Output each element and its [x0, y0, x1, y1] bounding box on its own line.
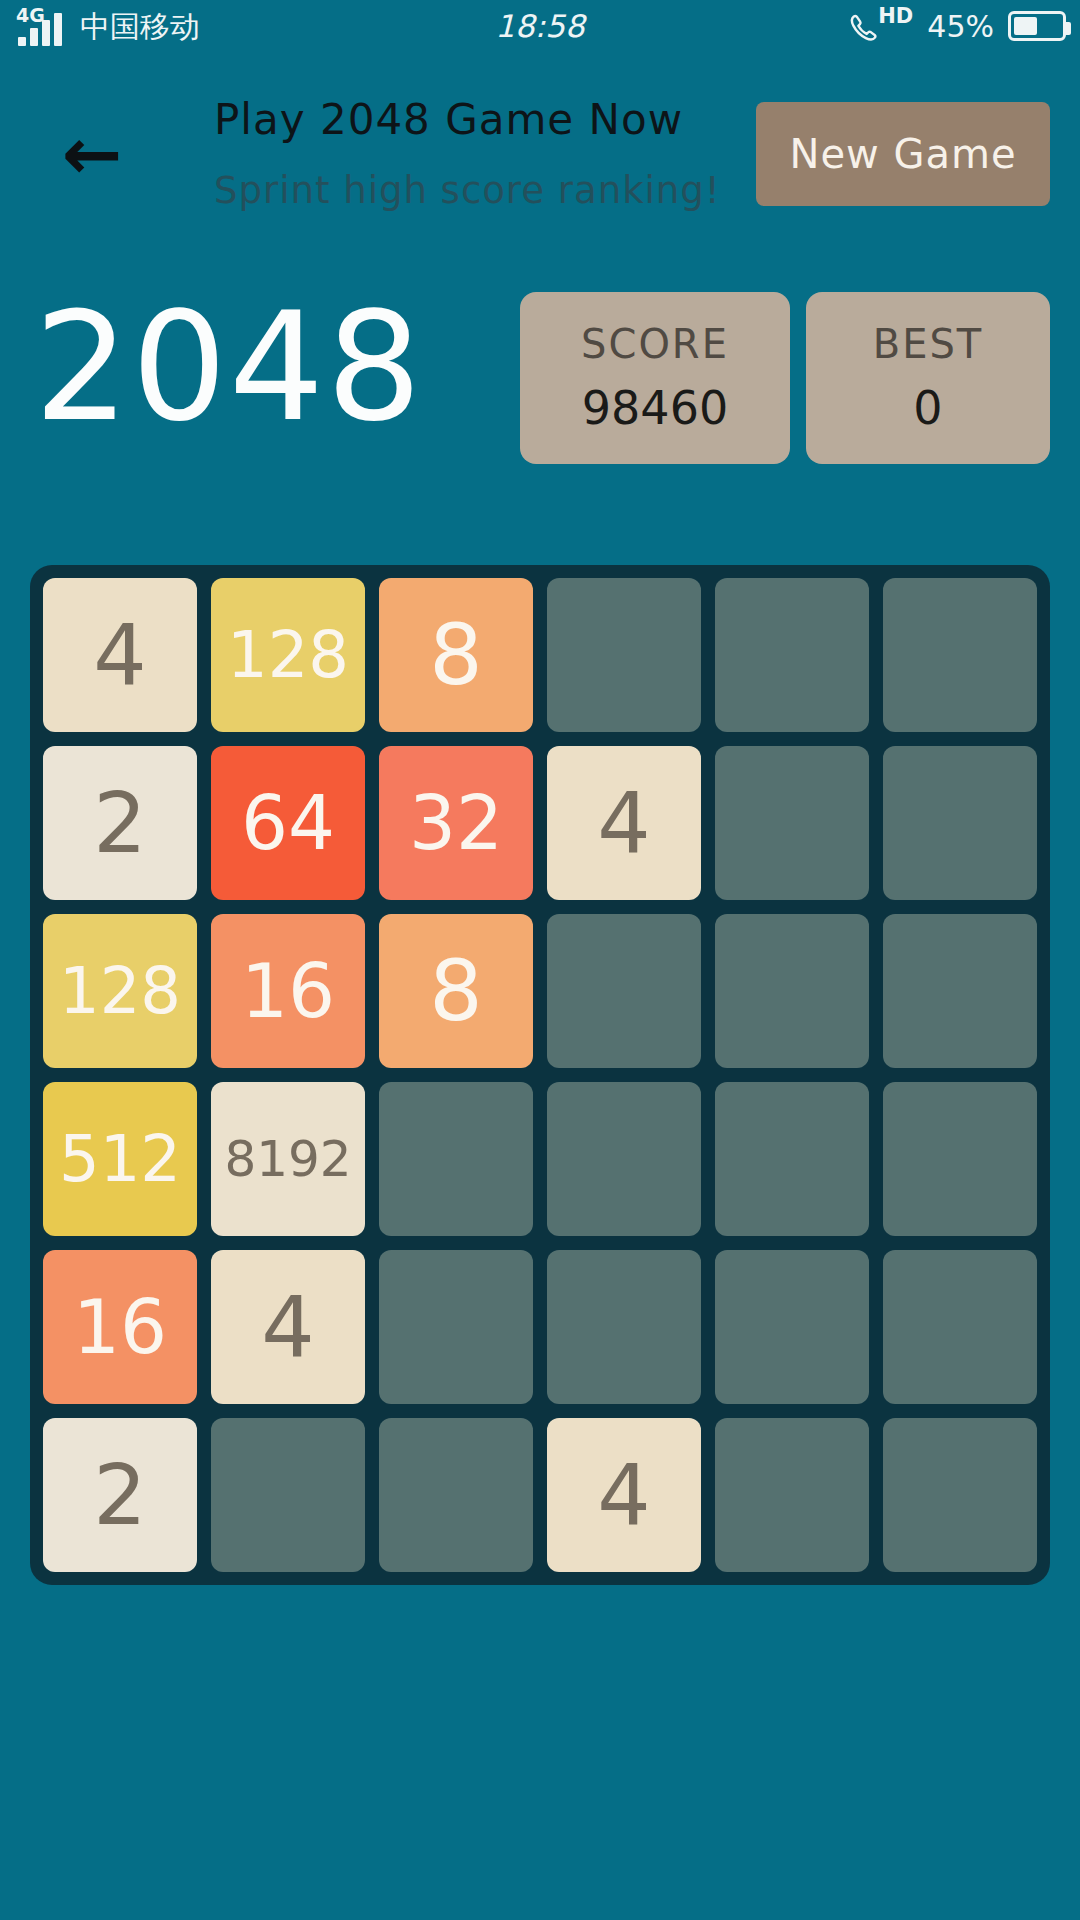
logo-2048: 2048 [34, 272, 424, 462]
tile-4: 4 [547, 746, 701, 900]
status-bar: 4G 中国移动 18:58 HD 45% [0, 0, 1080, 52]
back-button[interactable]: ← [62, 118, 122, 190]
empty-cell [715, 746, 869, 900]
tile-16: 16 [43, 1250, 197, 1404]
best-box: BEST 0 [806, 292, 1050, 464]
empty-cell [883, 1250, 1037, 1404]
battery-nub [1066, 22, 1071, 35]
tile-4: 4 [211, 1250, 365, 1404]
empty-cell [547, 1082, 701, 1236]
tile-8: 8 [379, 578, 533, 732]
empty-cell [883, 914, 1037, 1068]
tile-2: 2 [43, 746, 197, 900]
empty-cell [715, 1082, 869, 1236]
score-value: 98460 [582, 381, 728, 435]
tile-8192: 8192 [211, 1082, 365, 1236]
tile-8: 8 [379, 914, 533, 1068]
status-right-group: HD 45% [846, 6, 1066, 46]
empty-cell [547, 914, 701, 1068]
score-label: SCORE [581, 321, 729, 367]
empty-cell [547, 578, 701, 732]
tile-512: 512 [43, 1082, 197, 1236]
empty-cell [379, 1082, 533, 1236]
empty-cell [715, 578, 869, 732]
tile-128: 128 [43, 914, 197, 1068]
best-label: BEST [873, 321, 984, 367]
empty-cell [211, 1418, 365, 1572]
tile-32: 32 [379, 746, 533, 900]
new-game-button[interactable]: New Game [756, 102, 1050, 206]
best-value: 0 [913, 381, 942, 435]
empty-cell [379, 1250, 533, 1404]
board[interactable]: 41288264324128168512819216424 [30, 565, 1050, 1585]
page-title: Play 2048 Game Now [214, 94, 721, 146]
hd-badge: HD [878, 4, 913, 28]
tile-64: 64 [211, 746, 365, 900]
battery-percent: 45% [927, 9, 994, 44]
phone-handset-icon [846, 12, 880, 46]
hd-voice-call-icon: HD [846, 6, 913, 46]
tile-2: 2 [43, 1418, 197, 1572]
empty-cell [883, 578, 1037, 732]
battery-icon [1008, 11, 1066, 41]
empty-cell [715, 914, 869, 1068]
header-titles: Play 2048 Game Now Sprint high score ran… [214, 94, 721, 214]
page-subtitle: Sprint high score ranking! [214, 168, 721, 214]
empty-cell [883, 746, 1037, 900]
board-grid: 41288264324128168512819216424 [43, 578, 1037, 1572]
empty-cell [547, 1250, 701, 1404]
empty-cell [883, 1082, 1037, 1236]
battery-fill [1014, 17, 1037, 35]
empty-cell [379, 1418, 533, 1572]
tile-4: 4 [547, 1418, 701, 1572]
clock: 18:58 [495, 8, 584, 44]
empty-cell [715, 1418, 869, 1572]
tile-16: 16 [211, 914, 365, 1068]
empty-cell [883, 1418, 1037, 1572]
score-box: SCORE 98460 [520, 292, 790, 464]
tile-4: 4 [43, 578, 197, 732]
tile-128: 128 [211, 578, 365, 732]
screen: 4G 中国移动 18:58 HD 45% ← [0, 0, 1080, 1920]
empty-cell [715, 1250, 869, 1404]
